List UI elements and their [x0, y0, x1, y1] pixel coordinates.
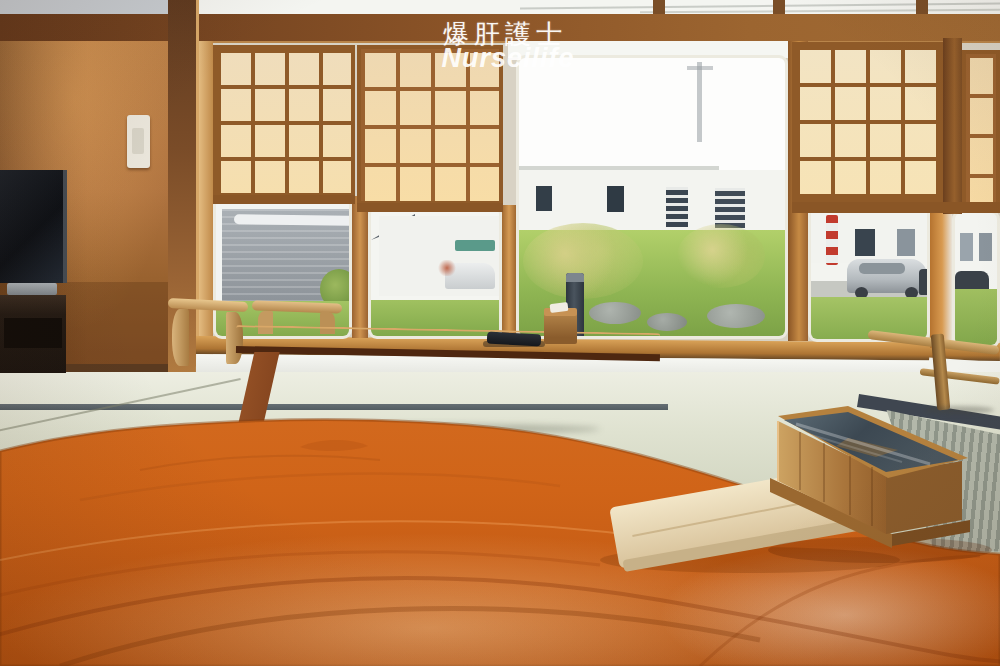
foreground-layer: [0, 0, 1000, 666]
japanese-room-photo: 爆肝護士 Nurseilife: [0, 0, 1000, 666]
watermark-latin: Nurseilife: [408, 43, 608, 74]
